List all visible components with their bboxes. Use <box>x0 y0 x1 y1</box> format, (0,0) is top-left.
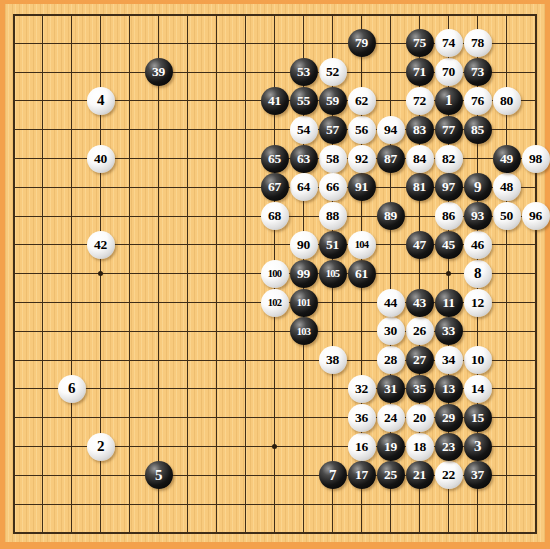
stone-move-number: 100 <box>268 268 282 279</box>
stone-move-number: 78 <box>471 35 484 51</box>
stone-move-number: 74 <box>442 35 455 51</box>
stone-move-number: 33 <box>442 323 455 339</box>
stone-move-number: 70 <box>442 64 455 80</box>
stone-white-48: 48 <box>493 173 521 201</box>
stone-move-number: 23 <box>442 439 455 455</box>
stone-white-2: 2 <box>87 433 115 461</box>
stone-white-12: 12 <box>464 289 492 317</box>
stone-white-80: 80 <box>493 87 521 115</box>
stone-move-number: 79 <box>355 35 368 51</box>
stone-black-63: 63 <box>290 145 318 173</box>
stone-white-72: 72 <box>406 87 434 115</box>
stone-move-number: 96 <box>529 208 542 224</box>
stone-black-59: 59 <box>319 87 347 115</box>
stone-white-100: 100 <box>261 260 289 288</box>
stone-move-number: 36 <box>355 410 368 426</box>
stone-black-105: 105 <box>319 260 347 288</box>
stone-black-37: 37 <box>464 461 492 489</box>
stone-move-number: 16 <box>355 439 368 455</box>
stone-black-93: 93 <box>464 202 492 230</box>
stone-white-88: 88 <box>319 202 347 230</box>
stone-white-66: 66 <box>319 173 347 201</box>
stone-move-number: 58 <box>326 151 339 167</box>
stone-white-94: 94 <box>377 116 405 144</box>
stone-black-33: 33 <box>435 317 463 345</box>
stone-move-number: 17 <box>355 467 368 483</box>
stone-black-45: 45 <box>435 231 463 259</box>
stone-white-82: 82 <box>435 145 463 173</box>
stone-move-number: 1 <box>445 92 452 109</box>
stone-move-number: 56 <box>355 122 368 138</box>
stone-move-number: 15 <box>471 410 484 426</box>
stone-move-number: 51 <box>326 237 339 253</box>
stone-white-18: 18 <box>406 433 434 461</box>
stone-white-26: 26 <box>406 317 434 345</box>
stone-move-number: 52 <box>326 64 339 80</box>
stone-move-number: 91 <box>355 179 368 195</box>
stone-move-number: 93 <box>471 208 484 224</box>
stone-black-35: 35 <box>406 375 434 403</box>
stone-white-98: 98 <box>522 145 550 173</box>
stone-move-number: 99 <box>297 266 310 282</box>
stone-move-number: 3 <box>474 438 481 455</box>
stone-move-number: 104 <box>355 239 369 250</box>
stone-move-number: 49 <box>500 151 513 167</box>
stone-white-64: 64 <box>290 173 318 201</box>
stone-black-13: 13 <box>435 375 463 403</box>
stone-white-28: 28 <box>377 346 405 374</box>
stone-move-number: 101 <box>297 297 311 308</box>
stone-move-number: 5 <box>155 467 162 484</box>
stone-white-22: 22 <box>435 461 463 489</box>
stone-black-73: 73 <box>464 58 492 86</box>
stone-move-number: 53 <box>297 64 310 80</box>
stone-black-79: 79 <box>348 29 376 57</box>
stone-move-number: 42 <box>94 237 107 253</box>
stone-move-number: 27 <box>413 352 426 368</box>
stone-move-number: 18 <box>413 439 426 455</box>
stone-black-9: 9 <box>464 173 492 201</box>
stone-white-50: 50 <box>493 202 521 230</box>
stone-white-6: 6 <box>58 375 86 403</box>
stone-black-83: 83 <box>406 116 434 144</box>
stone-white-86: 86 <box>435 202 463 230</box>
stone-white-44: 44 <box>377 289 405 317</box>
stone-white-14: 14 <box>464 375 492 403</box>
stone-move-number: 12 <box>471 295 484 311</box>
stone-move-number: 48 <box>500 179 513 195</box>
stone-white-96: 96 <box>522 202 550 230</box>
stone-move-number: 97 <box>442 179 455 195</box>
stone-move-number: 67 <box>268 179 281 195</box>
stone-white-102: 102 <box>261 289 289 317</box>
stone-move-number: 20 <box>413 410 426 426</box>
stone-move-number: 88 <box>326 208 339 224</box>
stone-black-97: 97 <box>435 173 463 201</box>
stone-move-number: 102 <box>268 297 282 308</box>
stone-move-number: 72 <box>413 93 426 109</box>
stone-move-number: 26 <box>413 323 426 339</box>
stone-move-number: 54 <box>297 122 310 138</box>
stone-move-number: 98 <box>529 151 542 167</box>
stone-black-11: 11 <box>435 289 463 317</box>
stone-black-57: 57 <box>319 116 347 144</box>
stone-move-number: 45 <box>442 237 455 253</box>
stone-move-number: 75 <box>413 35 426 51</box>
stone-move-number: 28 <box>384 352 397 368</box>
stone-move-number: 86 <box>442 208 455 224</box>
stone-move-number: 65 <box>268 151 281 167</box>
grid-line-horizontal <box>14 504 536 505</box>
stone-white-90: 90 <box>290 231 318 259</box>
stone-move-number: 94 <box>384 122 397 138</box>
stone-white-58: 58 <box>319 145 347 173</box>
stone-move-number: 24 <box>384 410 397 426</box>
stone-black-25: 25 <box>377 461 405 489</box>
stone-move-number: 64 <box>297 179 310 195</box>
stone-move-number: 41 <box>268 93 281 109</box>
stone-black-29: 29 <box>435 404 463 432</box>
stone-move-number: 81 <box>413 179 426 195</box>
stone-move-number: 4 <box>97 92 104 109</box>
stone-white-30: 30 <box>377 317 405 345</box>
stone-black-23: 23 <box>435 433 463 461</box>
stone-white-46: 46 <box>464 231 492 259</box>
stone-white-74: 74 <box>435 29 463 57</box>
stone-black-3: 3 <box>464 433 492 461</box>
stone-black-43: 43 <box>406 289 434 317</box>
stone-black-65: 65 <box>261 145 289 173</box>
stone-black-49: 49 <box>493 145 521 173</box>
stone-black-67: 67 <box>261 173 289 201</box>
stone-move-number: 83 <box>413 122 426 138</box>
stone-move-number: 44 <box>384 295 397 311</box>
stone-white-10: 10 <box>464 346 492 374</box>
stone-move-number: 31 <box>384 381 397 397</box>
stone-move-number: 62 <box>355 93 368 109</box>
stone-black-17: 17 <box>348 461 376 489</box>
goban-grid: 1234567891011121314151617181920212223242… <box>0 0 550 549</box>
stone-black-77: 77 <box>435 116 463 144</box>
stone-move-number: 55 <box>297 93 310 109</box>
stone-white-20: 20 <box>406 404 434 432</box>
stone-black-103: 103 <box>290 317 318 345</box>
stone-white-78: 78 <box>464 29 492 57</box>
stone-white-8: 8 <box>464 260 492 288</box>
stone-move-number: 21 <box>413 467 426 483</box>
stone-black-51: 51 <box>319 231 347 259</box>
stone-move-number: 85 <box>471 122 484 138</box>
stone-white-36: 36 <box>348 404 376 432</box>
stone-black-7: 7 <box>319 461 347 489</box>
stone-move-number: 13 <box>442 381 455 397</box>
stone-black-47: 47 <box>406 231 434 259</box>
stone-move-number: 39 <box>152 64 165 80</box>
stone-move-number: 61 <box>355 266 368 282</box>
stone-black-75: 75 <box>406 29 434 57</box>
stone-move-number: 59 <box>326 93 339 109</box>
stone-move-number: 84 <box>413 151 426 167</box>
stone-white-70: 70 <box>435 58 463 86</box>
stone-black-85: 85 <box>464 116 492 144</box>
stone-white-16: 16 <box>348 433 376 461</box>
stone-move-number: 89 <box>384 208 397 224</box>
stone-white-42: 42 <box>87 231 115 259</box>
stone-black-101: 101 <box>290 289 318 317</box>
stone-black-27: 27 <box>406 346 434 374</box>
stone-move-number: 105 <box>326 268 340 279</box>
stone-move-number: 92 <box>355 151 368 167</box>
stone-white-32: 32 <box>348 375 376 403</box>
stone-move-number: 8 <box>474 265 481 282</box>
stone-move-number: 37 <box>471 467 484 483</box>
star-point <box>272 444 277 449</box>
stone-move-number: 63 <box>297 151 310 167</box>
stone-move-number: 76 <box>471 93 484 109</box>
stone-move-number: 103 <box>297 326 311 337</box>
stone-move-number: 43 <box>413 295 426 311</box>
stone-move-number: 50 <box>500 208 513 224</box>
stone-move-number: 6 <box>68 380 75 397</box>
stone-move-number: 11 <box>442 295 454 311</box>
stone-move-number: 47 <box>413 237 426 253</box>
stone-move-number: 80 <box>500 93 513 109</box>
stone-white-38: 38 <box>319 346 347 374</box>
stone-black-89: 89 <box>377 202 405 230</box>
stone-black-55: 55 <box>290 87 318 115</box>
stone-black-53: 53 <box>290 58 318 86</box>
stone-white-4: 4 <box>87 87 115 115</box>
stone-black-87: 87 <box>377 145 405 173</box>
stone-white-62: 62 <box>348 87 376 115</box>
stone-white-84: 84 <box>406 145 434 173</box>
stone-black-5: 5 <box>145 461 173 489</box>
stone-move-number: 57 <box>326 122 339 138</box>
stone-move-number: 68 <box>268 208 281 224</box>
stone-white-52: 52 <box>319 58 347 86</box>
stone-black-91: 91 <box>348 173 376 201</box>
stone-move-number: 35 <box>413 381 426 397</box>
stone-black-41: 41 <box>261 87 289 115</box>
stone-move-number: 34 <box>442 352 455 368</box>
stone-white-76: 76 <box>464 87 492 115</box>
stone-black-15: 15 <box>464 404 492 432</box>
stone-white-92: 92 <box>348 145 376 173</box>
stone-black-99: 99 <box>290 260 318 288</box>
stone-move-number: 73 <box>471 64 484 80</box>
stone-move-number: 9 <box>474 179 481 196</box>
go-board-diagram: 1234567891011121314151617181920212223242… <box>0 0 550 549</box>
stone-white-54: 54 <box>290 116 318 144</box>
stone-move-number: 2 <box>97 438 104 455</box>
stone-move-number: 87 <box>384 151 397 167</box>
stone-move-number: 82 <box>442 151 455 167</box>
stone-move-number: 38 <box>326 352 339 368</box>
stone-black-39: 39 <box>145 58 173 86</box>
stone-move-number: 71 <box>413 64 426 80</box>
stone-move-number: 46 <box>471 237 484 253</box>
stone-black-81: 81 <box>406 173 434 201</box>
stone-move-number: 90 <box>297 237 310 253</box>
stone-move-number: 77 <box>442 122 455 138</box>
stone-move-number: 40 <box>94 151 107 167</box>
stone-black-71: 71 <box>406 58 434 86</box>
stone-move-number: 10 <box>471 352 484 368</box>
stone-move-number: 25 <box>384 467 397 483</box>
stone-black-19: 19 <box>377 433 405 461</box>
stone-move-number: 14 <box>471 381 484 397</box>
stone-black-1: 1 <box>435 87 463 115</box>
stone-white-68: 68 <box>261 202 289 230</box>
stone-white-104: 104 <box>348 231 376 259</box>
stone-black-21: 21 <box>406 461 434 489</box>
stone-white-24: 24 <box>377 404 405 432</box>
stone-white-40: 40 <box>87 145 115 173</box>
stone-move-number: 29 <box>442 410 455 426</box>
stone-black-31: 31 <box>377 375 405 403</box>
stone-move-number: 7 <box>329 467 336 484</box>
stone-white-56: 56 <box>348 116 376 144</box>
stone-move-number: 22 <box>442 467 455 483</box>
stone-black-61: 61 <box>348 260 376 288</box>
stone-move-number: 66 <box>326 179 339 195</box>
stone-white-34: 34 <box>435 346 463 374</box>
stone-move-number: 19 <box>384 439 397 455</box>
stone-move-number: 32 <box>355 381 368 397</box>
stone-move-number: 30 <box>384 323 397 339</box>
